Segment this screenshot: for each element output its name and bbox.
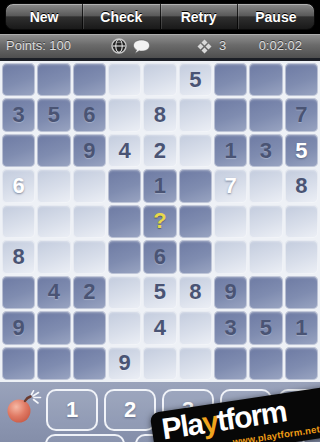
globe-icon[interactable]	[111, 38, 127, 54]
cell-r6c7[interactable]	[214, 240, 247, 273]
cell-r7c6[interactable]: 8	[179, 276, 212, 309]
cell-r9c5[interactable]	[143, 347, 176, 380]
cell-r8c7[interactable]: 3	[214, 311, 247, 344]
bottom-panel: 12345 Playtform www.playtform.net	[0, 382, 320, 442]
cell-r2c3[interactable]: 6	[73, 98, 106, 131]
cell-r3c7[interactable]: 1	[214, 134, 247, 167]
cell-r6c3[interactable]	[73, 240, 106, 273]
cell-r5c2[interactable]	[37, 205, 70, 238]
cell-r6c5[interactable]: 6	[143, 240, 176, 273]
gems-icon	[197, 39, 212, 54]
cell-r1c1[interactable]	[2, 63, 35, 96]
cell-r9c9[interactable]	[285, 347, 318, 380]
cell-r8c3[interactable]	[73, 311, 106, 344]
cell-r7c2[interactable]: 4	[37, 276, 70, 309]
cell-r2c4[interactable]	[108, 98, 141, 131]
cell-r4c2[interactable]	[37, 169, 70, 202]
cell-r5c8[interactable]	[249, 205, 282, 238]
cell-r5c6[interactable]	[179, 205, 212, 238]
cell-r1c3[interactable]	[73, 63, 106, 96]
points-label: Points: 100	[6, 34, 71, 58]
cell-r6c8[interactable]	[249, 240, 282, 273]
cell-r4c1[interactable]: 6	[2, 169, 35, 202]
cell-r9c6[interactable]	[179, 347, 212, 380]
cell-r4c9[interactable]: 8	[285, 169, 318, 202]
cell-r9c2[interactable]	[37, 347, 70, 380]
cell-r3c1[interactable]	[2, 134, 35, 167]
cell-r2c8[interactable]	[249, 98, 282, 131]
cell-r3c4[interactable]: 4	[108, 134, 141, 167]
app-screen: New Check Retry Pause Points: 100 3 0:02…	[0, 0, 320, 442]
cell-r3c5[interactable]: 2	[143, 134, 176, 167]
cell-r9c7[interactable]	[214, 347, 247, 380]
cell-r8c4[interactable]	[108, 311, 141, 344]
cell-r5c9[interactable]	[285, 205, 318, 238]
cell-r7c8[interactable]	[249, 276, 282, 309]
cell-r1c4[interactable]	[108, 63, 141, 96]
toolbar-segmented-control: New Check Retry Pause	[5, 3, 315, 30]
cell-r1c2[interactable]	[37, 63, 70, 96]
cell-r2c5[interactable]: 8	[143, 98, 176, 131]
cell-r6c6[interactable]	[179, 240, 212, 273]
cell-r1c9[interactable]	[285, 63, 318, 96]
cell-r8c5[interactable]: 4	[143, 311, 176, 344]
cell-r4c7[interactable]: 7	[214, 169, 247, 202]
cell-r4c6[interactable]	[179, 169, 212, 202]
cell-r4c8[interactable]	[249, 169, 282, 202]
cell-r3c8[interactable]: 3	[249, 134, 282, 167]
cell-r2c1[interactable]: 3	[2, 98, 35, 131]
cell-r7c4[interactable]	[108, 276, 141, 309]
cell-r1c6[interactable]: 5	[179, 63, 212, 96]
cell-r6c4[interactable]	[108, 240, 141, 273]
numpad-key-2[interactable]: 2	[104, 389, 156, 431]
sudoku-board: 5356879421356178?8642589943519	[0, 61, 320, 382]
cell-r2c7[interactable]	[214, 98, 247, 131]
new-button[interactable]: New	[6, 4, 82, 29]
cell-r9c8[interactable]	[249, 347, 282, 380]
cell-r8c6[interactable]	[179, 311, 212, 344]
cell-r5c4[interactable]	[108, 205, 141, 238]
retry-button[interactable]: Retry	[160, 4, 237, 29]
cell-r8c8[interactable]: 5	[249, 311, 282, 344]
cell-r4c3[interactable]	[73, 169, 106, 202]
pause-button[interactable]: Pause	[237, 4, 314, 29]
status-bar: Points: 100 3 0:02:02	[0, 34, 320, 58]
cell-r3c3[interactable]: 9	[73, 134, 106, 167]
cell-r2c9[interactable]: 7	[285, 98, 318, 131]
cell-r7c9[interactable]	[285, 276, 318, 309]
cell-r5c5[interactable]: ?	[143, 205, 176, 238]
cell-r3c9[interactable]: 5	[285, 134, 318, 167]
cell-r6c2[interactable]	[37, 240, 70, 273]
chat-bubble-icon[interactable]	[132, 39, 151, 55]
cell-r1c8[interactable]	[249, 63, 282, 96]
cell-r8c2[interactable]	[37, 311, 70, 344]
cell-r8c9[interactable]: 1	[285, 311, 318, 344]
numpad-key-1[interactable]: 1	[46, 389, 98, 431]
numpad-row2-button[interactable]	[45, 434, 125, 442]
cell-r7c7[interactable]: 9	[214, 276, 247, 309]
bomb-icon[interactable]	[5, 390, 43, 426]
cell-r1c5[interactable]	[143, 63, 176, 96]
cell-r4c4[interactable]	[108, 169, 141, 202]
toolbar: New Check Retry Pause	[0, 0, 320, 34]
cell-r7c3[interactable]: 2	[73, 276, 106, 309]
cell-r9c1[interactable]	[2, 347, 35, 380]
cell-r9c4[interactable]: 9	[108, 347, 141, 380]
cell-r2c6[interactable]	[179, 98, 212, 131]
cell-r1c7[interactable]	[214, 63, 247, 96]
cell-r5c7[interactable]	[214, 205, 247, 238]
check-button[interactable]: Check	[82, 4, 159, 29]
cell-r8c1[interactable]: 9	[2, 311, 35, 344]
cell-r6c1[interactable]: 8	[2, 240, 35, 273]
gems-count: 3	[219, 34, 226, 58]
cell-r7c5[interactable]: 5	[143, 276, 176, 309]
cell-r2c2[interactable]: 5	[37, 98, 70, 131]
cell-r7c1[interactable]	[2, 276, 35, 309]
cell-r3c2[interactable]	[37, 134, 70, 167]
cell-r6c9[interactable]	[285, 240, 318, 273]
cell-r5c1[interactable]	[2, 205, 35, 238]
cell-r9c3[interactable]	[73, 347, 106, 380]
timer: 0:02:02	[259, 34, 302, 58]
cell-r4c5[interactable]: 1	[143, 169, 176, 202]
cell-r3c6[interactable]	[179, 134, 212, 167]
cell-r5c3[interactable]	[73, 205, 106, 238]
